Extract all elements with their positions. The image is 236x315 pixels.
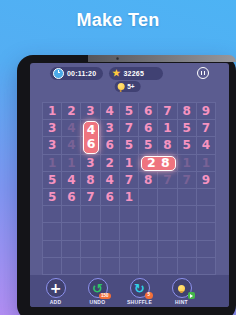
number: 6 [144,121,152,135]
board-cell[interactable] [197,241,216,258]
highlighted-pair[interactable]: 28 [141,156,176,171]
board-cell[interactable] [197,206,216,223]
board-cell[interactable] [158,241,177,258]
game-screen: 00:11:20 ★ 32265 5+ 12345678934376157346… [30,63,229,307]
plus-icon: + [50,281,62,295]
board-cell[interactable] [62,258,81,275]
board-cell[interactable]: 5 [178,137,197,154]
shuffle-arrows-icon: ↻ [134,282,145,295]
hint-button-label: HINT [175,299,188,305]
board-cell[interactable]: 6 [101,189,120,206]
number: 8 [86,173,94,187]
pause-button[interactable] [197,67,209,79]
board-cell[interactable] [43,223,62,240]
board-cell[interactable]: 4 [197,137,216,154]
number-cleared: 7 [182,173,190,187]
board-cell[interactable]: 5 [120,103,139,120]
add-button-circle: + [46,278,66,298]
board-cell[interactable] [139,223,158,240]
number: 3 [106,121,114,135]
board-cell[interactable] [197,189,216,206]
shuffle-count-badge: 5 [145,292,152,299]
tablet-top-edge [88,55,236,62]
score-pill: ★ 32265 [109,67,163,80]
tablet-frame: 00:11:20 ★ 32265 5+ 12345678934376157346… [17,55,236,315]
board-cell[interactable] [62,206,81,223]
number: 2 [106,156,114,170]
number: 5 [182,138,190,152]
add-button[interactable]: + ADD [43,278,69,307]
board-cell[interactable]: 4 [62,172,81,189]
board-cell[interactable]: 1 [197,155,216,172]
board-cell[interactable] [101,223,120,240]
board-cell[interactable] [158,189,177,206]
highlighted-number: 2 [147,157,156,170]
board-cell[interactable]: 3 [81,155,100,172]
number: 3 [48,138,56,152]
undo-button-circle: ↺ 150 [88,278,108,298]
number: 7 [125,121,133,135]
board-cell[interactable] [197,223,216,240]
number: 6 [106,138,114,152]
undo-button[interactable]: ↺ 150 UNDO [85,278,111,307]
board-cell[interactable] [178,189,197,206]
board-cell[interactable] [81,241,100,258]
board-cell[interactable]: 7 [158,172,177,189]
board-cell[interactable] [81,223,100,240]
board-cell[interactable] [178,241,197,258]
hud-bar: 00:11:20 ★ 32265 [50,66,209,80]
board-cell[interactable]: 6 [101,137,120,154]
board-cell[interactable]: 3 [101,120,120,137]
star-icon: ★ [112,69,120,78]
board-cell[interactable] [120,223,139,240]
board-cell[interactable] [101,258,120,275]
board-cell[interactable] [120,241,139,258]
board-cell[interactable] [178,206,197,223]
number: 6 [144,104,152,118]
number: 8 [163,138,171,152]
number-cleared: 1 [202,156,210,170]
board-cell[interactable]: 1 [178,155,197,172]
shuffle-button-circle: ↻ 5 [130,278,150,298]
board-cell[interactable]: 5 [43,172,62,189]
clock-icon [53,68,64,79]
board-cell[interactable] [139,206,158,223]
number: 5 [125,138,133,152]
board-cell[interactable]: 9 [197,172,216,189]
number: 5 [48,190,56,204]
board-cell[interactable]: 1 [120,155,139,172]
board-cell[interactable]: 3 [43,120,62,137]
board-cell[interactable] [178,258,197,275]
board-cell[interactable] [197,258,216,275]
board-cell[interactable] [139,241,158,258]
hint-counter: 5+ [114,81,140,92]
board-cell[interactable] [158,223,177,240]
number: 7 [163,104,171,118]
board-cell[interactable]: 8 [139,172,158,189]
number: 5 [144,138,152,152]
shuffle-button[interactable]: ↻ 5 SHUFFLE [127,278,153,307]
ad-badge [188,292,195,299]
board-cell[interactable] [120,258,139,275]
board-cell[interactable]: 2 [62,103,81,120]
board-cell[interactable]: 5 [120,137,139,154]
page-title: Make Ten [0,10,236,31]
board-cell[interactable] [43,241,62,258]
number: 6 [106,190,114,204]
board-cell[interactable]: 7 [158,103,177,120]
number: 1 [125,190,133,204]
number: 4 [202,138,210,152]
number-cleared: 1 [48,156,56,170]
board-cell[interactable] [62,223,81,240]
board-cell[interactable]: 4 [62,137,81,154]
board-cell[interactable]: 1 [43,103,62,120]
board-cell[interactable]: 5 [139,137,158,154]
hint-button[interactable]: HINT [169,278,195,307]
number: 5 [48,173,56,187]
number: 7 [125,173,133,187]
board-cell[interactable]: 4 [101,103,120,120]
board: 1234567893437615734655854113211154847877… [42,102,216,275]
number: 3 [86,156,94,170]
number: 4 [106,173,114,187]
highlighted-number: 6 [87,138,96,151]
timer-value: 00:11:20 [67,70,96,77]
board-cell[interactable]: 1 [120,189,139,206]
board-cell[interactable]: 4 [62,120,81,137]
tablet-camera [116,57,119,60]
board-cell[interactable]: 7 [178,172,197,189]
number: 3 [86,104,94,118]
number: 8 [182,104,190,118]
number: 5 [182,121,190,135]
board-cell[interactable]: 9 [197,103,216,120]
timer-pill: 00:11:20 [50,67,103,80]
number: 6 [67,190,75,204]
number: 2 [67,104,75,118]
board-cell[interactable] [101,206,120,223]
highlighted-number: 4 [87,124,96,137]
board-cell[interactable]: 6 [62,189,81,206]
board-cell[interactable] [81,258,100,275]
score-value: 32265 [124,70,144,77]
hint-count-value: 5+ [127,83,134,90]
board-cell[interactable] [158,206,177,223]
number: 7 [202,121,210,135]
board-cell[interactable]: 7 [197,120,216,137]
board-cell[interactable]: 1 [62,155,81,172]
highlighted-number: 8 [161,157,170,170]
board-cell[interactable]: 7 [120,120,139,137]
number: 7 [86,190,94,204]
board-cell[interactable]: 5 [43,189,62,206]
board-cell[interactable]: 8 [158,137,177,154]
board-cell[interactable] [139,258,158,275]
number: 1 [48,104,56,118]
number: 4 [67,173,75,187]
undo-button-label: UNDO [90,299,106,305]
number-cleared: 1 [182,156,190,170]
board-cell[interactable] [120,206,139,223]
board-cell[interactable] [178,223,197,240]
board-cell[interactable] [81,206,100,223]
number: 4 [106,104,114,118]
board-cell[interactable] [139,189,158,206]
board-cell[interactable] [62,241,81,258]
number: 1 [163,121,171,135]
highlighted-pair[interactable]: 46 [83,121,99,153]
board-cell[interactable] [43,206,62,223]
marketing-screenshot: Make Ten 00:11:20 ★ 32265 5+ 12 [0,0,236,315]
number: 9 [202,173,210,187]
board-cell[interactable]: 1 [43,155,62,172]
number: 3 [48,121,56,135]
board-cell[interactable] [101,241,120,258]
board-cell[interactable]: 3 [81,103,100,120]
number-cleared: 1 [67,156,75,170]
bulb-icon [117,83,124,90]
number: 8 [144,173,152,187]
bulb-icon [178,285,185,292]
board-cell[interactable]: 1 [158,120,177,137]
board-cell[interactable]: 6 [139,120,158,137]
bottom-toolbar: + ADD ↺ 150 UNDO ↻ 5 SHUFFLE [30,275,229,307]
board-cell[interactable]: 6 [139,103,158,120]
add-button-label: ADD [50,299,62,305]
undo-count-badge: 150 [99,293,111,300]
board-cell[interactable]: 8 [81,172,100,189]
board-cell[interactable]: 8 [178,103,197,120]
board-cell[interactable]: 7 [81,189,100,206]
board-cell[interactable] [158,258,177,275]
number-cleared: 7 [163,173,171,187]
number: 1 [125,156,133,170]
board-cell[interactable]: 7 [120,172,139,189]
board-cell[interactable]: 2 [101,155,120,172]
board-cell[interactable]: 3 [43,137,62,154]
hint-button-circle [172,278,192,298]
board-cell[interactable] [43,258,62,275]
number: 9 [202,104,210,118]
shuffle-button-label: SHUFFLE [127,299,152,305]
board-cell[interactable]: 4 [101,172,120,189]
number: 5 [125,104,133,118]
number-cleared: 4 [67,138,75,152]
board-cell[interactable]: 5 [178,120,197,137]
number-cleared: 4 [67,121,75,135]
